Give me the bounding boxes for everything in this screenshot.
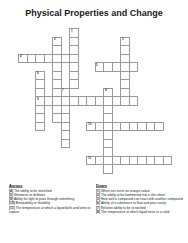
down-clue-list: [1] When iron turns an orange colour[2] … <box>96 189 187 214</box>
crossword-cell[interactable] <box>61 139 71 149</box>
crossword-cell[interactable] <box>163 156 173 166</box>
crossword-cell[interactable] <box>112 96 122 106</box>
clue-item-number: [7] <box>96 205 101 209</box>
across-clue-list: [4] The ability to be stretched[5] Shini… <box>9 189 94 214</box>
clue-item-number: [4] <box>9 189 14 193</box>
clue-number: 7 <box>62 88 64 91</box>
crossword-grid: 1234569781011 <box>0 0 188 188</box>
across-header: Across <box>9 183 94 188</box>
across-clues-section: Across [4] The ability to be stretched[5… <box>9 183 94 214</box>
clue-number: 3 <box>122 37 124 40</box>
down-clues-section: Down [1] When iron turns an orange colou… <box>96 183 187 214</box>
clue-item-number: [3] <box>96 197 101 201</box>
worksheet-page: Physical Properties and Change 123456978… <box>0 0 188 243</box>
crossword-cell[interactable] <box>129 96 139 106</box>
clue-number: 4 <box>20 54 22 57</box>
crossword-cell[interactable] <box>95 96 105 106</box>
clue-item-number: [8] <box>96 210 101 214</box>
clue-number: 10 <box>88 122 91 125</box>
clue-number: 2 <box>54 37 56 40</box>
crossword-cell[interactable] <box>112 62 122 72</box>
clue-item-number: [6] <box>96 201 101 205</box>
clue-number: 11 <box>88 156 91 159</box>
crossword-cell[interactable] <box>129 62 139 72</box>
crossword-cell[interactable] <box>154 122 164 132</box>
clue-item-number: [10] <box>9 201 16 205</box>
crossword-cell[interactable] <box>95 156 105 166</box>
down-header: Down <box>96 183 187 188</box>
clue-item-number: [11] <box>9 205 16 209</box>
crossword-cell[interactable] <box>44 96 54 106</box>
crossword-cell[interactable] <box>61 54 71 64</box>
clue-number: 5 <box>96 63 98 66</box>
clue-number: 1 <box>71 29 73 32</box>
clue-item: [11] The temperature at which a liquid b… <box>9 205 94 213</box>
clue-item-number: [2] <box>96 193 101 197</box>
crossword-cell[interactable] <box>103 164 113 174</box>
crossword-cell[interactable] <box>35 122 45 132</box>
clue-number: 9 <box>37 97 39 100</box>
crossword-cell[interactable] <box>95 122 105 132</box>
clue-number: 8 <box>105 88 107 91</box>
clue-item: [8] The temperature at which liquid turn… <box>96 210 187 214</box>
crossword-cell[interactable] <box>44 54 54 64</box>
crossword-cell[interactable] <box>69 79 79 89</box>
clue-number: 6 <box>37 71 39 74</box>
clue-item-number: [1] <box>96 189 101 193</box>
clue-item-number: [9] <box>9 197 14 201</box>
clue-item-number: [5] <box>9 193 14 197</box>
